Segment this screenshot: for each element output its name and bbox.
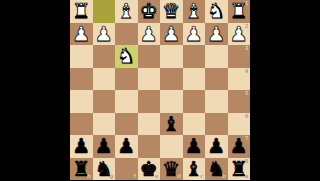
square-c8[interactable]: ♝︎c (183, 158, 206, 181)
white-bishop[interactable]: ♝︎ (115, 0, 138, 23)
black-knight[interactable]: ♞︎ (205, 158, 228, 181)
chess-board: ♜︎♝︎♚︎♛︎♝︎♞︎♜︎1♟︎♟︎♟︎♟︎♟︎♟︎♟︎2♞︎345♝︎6♟︎… (70, 0, 250, 180)
white-king[interactable]: ♚︎ (138, 0, 161, 23)
square-g3[interactable] (93, 45, 116, 68)
white-bishop[interactable]: ♝︎ (183, 0, 206, 23)
rank-label: 5 (245, 91, 249, 97)
square-f6[interactable] (115, 113, 138, 136)
black-pawn[interactable]: ♟︎ (228, 135, 251, 158)
square-e4[interactable] (138, 68, 161, 91)
square-f7[interactable]: ♟︎ (115, 135, 138, 158)
rank-label: 6 (245, 114, 249, 120)
square-d5[interactable] (160, 90, 183, 113)
white-pawn[interactable]: ♟︎ (93, 23, 116, 46)
square-h4[interactable] (70, 68, 93, 91)
black-pawn[interactable]: ♟︎ (205, 135, 228, 158)
square-f2[interactable] (115, 23, 138, 46)
square-d6[interactable]: ♝︎ (160, 113, 183, 136)
square-g8[interactable]: ♞︎g (93, 158, 116, 181)
square-d2[interactable]: ♟︎ (160, 23, 183, 46)
rank-label: 4 (245, 69, 249, 75)
file-label: f (134, 174, 136, 180)
white-queen[interactable]: ♛︎ (160, 0, 183, 23)
square-e6[interactable] (138, 113, 161, 136)
square-f4[interactable] (115, 68, 138, 91)
white-rook[interactable]: ♜︎ (70, 0, 93, 23)
square-d4[interactable] (160, 68, 183, 91)
square-a7[interactable]: ♟︎7 (228, 135, 251, 158)
square-b8[interactable]: ♞︎b (205, 158, 228, 181)
black-knight[interactable]: ♞︎ (93, 158, 116, 181)
square-a1[interactable]: ♜︎1 (228, 0, 251, 23)
black-bishop[interactable]: ♝︎ (183, 158, 206, 181)
black-bishop[interactable]: ♝︎ (160, 113, 183, 136)
square-h5[interactable] (70, 90, 93, 113)
square-e5[interactable] (138, 90, 161, 113)
square-h2[interactable]: ♟︎ (70, 23, 93, 46)
page-background: ♜︎♝︎♚︎♛︎♝︎♞︎♜︎1♟︎♟︎♟︎♟︎♟︎♟︎♟︎2♞︎345♝︎6♟︎… (0, 0, 320, 180)
black-pawn[interactable]: ♟︎ (183, 135, 206, 158)
square-a8[interactable]: ♜︎8a (228, 158, 251, 181)
square-a6[interactable]: 6 (228, 113, 251, 136)
square-a4[interactable]: 4 (228, 68, 251, 91)
square-d8[interactable]: ♛︎d (160, 158, 183, 181)
white-knight[interactable]: ♞︎ (205, 0, 228, 23)
square-c2[interactable]: ♟︎ (183, 23, 206, 46)
square-g7[interactable]: ♟︎ (93, 135, 116, 158)
square-f1[interactable]: ♝︎ (115, 0, 138, 23)
white-pawn[interactable]: ♟︎ (205, 23, 228, 46)
white-pawn[interactable]: ♟︎ (70, 23, 93, 46)
square-g1[interactable] (93, 0, 116, 23)
square-f8[interactable]: f (115, 158, 138, 181)
black-king[interactable]: ♚︎ (138, 158, 161, 181)
square-e3[interactable] (138, 45, 161, 68)
white-pawn[interactable]: ♟︎ (228, 23, 251, 46)
white-pawn[interactable]: ♟︎ (160, 23, 183, 46)
white-pawn[interactable]: ♟︎ (183, 23, 206, 46)
square-b2[interactable]: ♟︎ (205, 23, 228, 46)
square-a5[interactable]: 5 (228, 90, 251, 113)
white-knight[interactable]: ♞︎ (115, 45, 138, 68)
square-g4[interactable] (93, 68, 116, 91)
square-b4[interactable] (205, 68, 228, 91)
square-h1[interactable]: ♜︎ (70, 0, 93, 23)
rank-label: 3 (245, 46, 249, 52)
white-rook[interactable]: ♜︎ (228, 0, 251, 23)
square-h8[interactable]: ♜︎h (70, 158, 93, 181)
white-pawn[interactable]: ♟︎ (138, 23, 161, 46)
square-e2[interactable]: ♟︎ (138, 23, 161, 46)
square-d7[interactable] (160, 135, 183, 158)
square-b1[interactable]: ♞︎ (205, 0, 228, 23)
square-f5[interactable] (115, 90, 138, 113)
square-c5[interactable] (183, 90, 206, 113)
square-a2[interactable]: ♟︎2 (228, 23, 251, 46)
square-e7[interactable] (138, 135, 161, 158)
square-d3[interactable] (160, 45, 183, 68)
square-d1[interactable]: ♛︎ (160, 0, 183, 23)
black-pawn[interactable]: ♟︎ (115, 135, 138, 158)
square-e8[interactable]: ♚︎e (138, 158, 161, 181)
square-b6[interactable] (205, 113, 228, 136)
square-c7[interactable]: ♟︎ (183, 135, 206, 158)
black-pawn[interactable]: ♟︎ (70, 135, 93, 158)
square-g2[interactable]: ♟︎ (93, 23, 116, 46)
square-h7[interactable]: ♟︎ (70, 135, 93, 158)
square-b5[interactable] (205, 90, 228, 113)
square-e1[interactable]: ♚︎ (138, 0, 161, 23)
square-c3[interactable] (183, 45, 206, 68)
square-h3[interactable] (70, 45, 93, 68)
black-rook[interactable]: ♜︎ (228, 158, 251, 181)
square-c6[interactable] (183, 113, 206, 136)
square-g5[interactable] (93, 90, 116, 113)
square-c4[interactable] (183, 68, 206, 91)
square-h6[interactable] (70, 113, 93, 136)
square-f3[interactable]: ♞︎ (115, 45, 138, 68)
square-g6[interactable] (93, 113, 116, 136)
square-b3[interactable] (205, 45, 228, 68)
square-b7[interactable]: ♟︎ (205, 135, 228, 158)
black-rook[interactable]: ♜︎ (70, 158, 93, 181)
square-c1[interactable]: ♝︎ (183, 0, 206, 23)
square-a3[interactable]: 3 (228, 45, 251, 68)
black-pawn[interactable]: ♟︎ (93, 135, 116, 158)
black-queen[interactable]: ♛︎ (160, 158, 183, 181)
